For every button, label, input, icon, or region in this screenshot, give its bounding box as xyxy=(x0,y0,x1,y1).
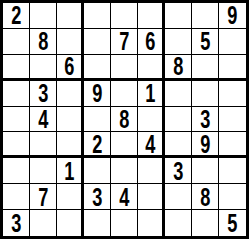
cell-r9c3[interactable] xyxy=(57,210,84,236)
cell-r5c9[interactable] xyxy=(219,107,246,133)
cell-r9c2[interactable] xyxy=(30,210,57,236)
cell-r4c7[interactable] xyxy=(165,81,192,107)
given-digit: 6 xyxy=(145,29,155,54)
given-digit: 6 xyxy=(64,55,74,79)
cell-r6c9[interactable] xyxy=(219,132,246,158)
cell-r4c1[interactable] xyxy=(3,81,30,107)
cell-r6c6[interactable]: 4 xyxy=(138,132,165,158)
cell-r3c5[interactable] xyxy=(111,55,138,81)
cell-r7c3[interactable]: 1 xyxy=(57,158,84,184)
cell-r3c6[interactable] xyxy=(138,55,165,81)
cell-r3c1[interactable] xyxy=(3,55,30,81)
given-digit: 8 xyxy=(200,184,210,209)
cell-r2c7[interactable] xyxy=(165,29,192,55)
cell-r1c3[interactable] xyxy=(57,3,84,29)
cell-r6c2[interactable] xyxy=(30,132,57,158)
given-digit: 4 xyxy=(38,107,48,132)
given-digit: 3 xyxy=(173,158,183,183)
cell-r9c9[interactable]: 5 xyxy=(219,210,246,236)
given-digit: 8 xyxy=(173,55,183,79)
cell-r1c1[interactable]: 2 xyxy=(3,3,30,29)
cell-r4c8[interactable] xyxy=(192,81,219,107)
cell-r6c3[interactable] xyxy=(57,132,84,158)
given-digit: 2 xyxy=(11,3,21,28)
cell-r4c9[interactable] xyxy=(219,81,246,107)
cell-r1c5[interactable] xyxy=(111,3,138,29)
cell-r2c3[interactable] xyxy=(57,29,84,55)
cell-r5c3[interactable] xyxy=(57,107,84,133)
cell-r5c7[interactable] xyxy=(165,107,192,133)
cell-r7c1[interactable] xyxy=(3,158,30,184)
cell-r9c6[interactable] xyxy=(138,210,165,236)
cell-r9c5[interactable] xyxy=(111,210,138,236)
cell-r6c4[interactable]: 2 xyxy=(84,132,111,158)
cell-r8c1[interactable] xyxy=(3,184,30,210)
given-digit: 3 xyxy=(200,107,210,132)
given-digit: 7 xyxy=(119,29,129,54)
given-digit: 9 xyxy=(200,132,210,156)
given-digit: 7 xyxy=(38,184,48,209)
given-digit: 3 xyxy=(92,184,102,209)
given-digit: 9 xyxy=(92,81,102,106)
cell-r6c7[interactable] xyxy=(165,132,192,158)
cell-r4c3[interactable] xyxy=(57,81,84,107)
cell-r2c5[interactable]: 7 xyxy=(111,29,138,55)
cell-r7c4[interactable] xyxy=(84,158,111,184)
cell-r7c2[interactable] xyxy=(30,158,57,184)
cell-r5c2[interactable]: 4 xyxy=(30,107,57,133)
cell-r2c1[interactable] xyxy=(3,29,30,55)
cell-r4c2[interactable]: 3 xyxy=(30,81,57,107)
cell-r5c6[interactable] xyxy=(138,107,165,133)
cell-r2c4[interactable] xyxy=(84,29,111,55)
cell-r5c5[interactable]: 8 xyxy=(111,107,138,133)
cell-r9c1[interactable]: 3 xyxy=(3,210,30,236)
given-digit: 9 xyxy=(227,3,237,28)
cell-r6c5[interactable] xyxy=(111,132,138,158)
cell-r9c4[interactable] xyxy=(84,210,111,236)
given-digit: 1 xyxy=(64,158,74,183)
cell-r1c8[interactable] xyxy=(192,3,219,29)
cell-r1c7[interactable] xyxy=(165,3,192,29)
cell-r6c8[interactable]: 9 xyxy=(192,132,219,158)
cell-r1c9[interactable]: 9 xyxy=(219,3,246,29)
cell-r8c4[interactable]: 3 xyxy=(84,184,111,210)
sudoku-board: 2987656839148324913734835 xyxy=(0,0,249,239)
cell-r7c6[interactable] xyxy=(138,158,165,184)
given-digit: 3 xyxy=(11,210,21,236)
given-digit: 8 xyxy=(119,107,129,132)
cell-r4c6[interactable]: 1 xyxy=(138,81,165,107)
cell-r3c3[interactable]: 6 xyxy=(57,55,84,81)
cell-r1c2[interactable] xyxy=(30,3,57,29)
cell-r9c7[interactable] xyxy=(165,210,192,236)
cell-r6c1[interactable] xyxy=(3,132,30,158)
cell-r3c2[interactable] xyxy=(30,55,57,81)
cell-r5c8[interactable]: 3 xyxy=(192,107,219,133)
cell-r3c7[interactable]: 8 xyxy=(165,55,192,81)
cell-r7c7[interactable]: 3 xyxy=(165,158,192,184)
cell-r8c6[interactable] xyxy=(138,184,165,210)
cell-r3c4[interactable] xyxy=(84,55,111,81)
cell-r3c9[interactable] xyxy=(219,55,246,81)
cell-r8c2[interactable]: 7 xyxy=(30,184,57,210)
given-digit: 4 xyxy=(119,184,129,209)
cell-r2c9[interactable] xyxy=(219,29,246,55)
given-digit: 4 xyxy=(145,132,155,156)
cell-r2c6[interactable]: 6 xyxy=(138,29,165,55)
given-digit: 2 xyxy=(92,132,102,156)
cell-r7c9[interactable] xyxy=(219,158,246,184)
cell-r5c1[interactable] xyxy=(3,107,30,133)
cell-r2c8[interactable]: 5 xyxy=(192,29,219,55)
cell-r9c8[interactable] xyxy=(192,210,219,236)
cell-r3c8[interactable] xyxy=(192,55,219,81)
cell-r1c6[interactable] xyxy=(138,3,165,29)
cell-r8c7[interactable] xyxy=(165,184,192,210)
cell-r4c5[interactable] xyxy=(111,81,138,107)
given-digit: 3 xyxy=(38,81,48,106)
cell-r5c4[interactable] xyxy=(84,107,111,133)
given-digit: 8 xyxy=(38,29,48,54)
given-digit: 5 xyxy=(227,210,237,236)
cell-r1c4[interactable] xyxy=(84,3,111,29)
cell-r7c8[interactable] xyxy=(192,158,219,184)
cell-r2c2[interactable]: 8 xyxy=(30,29,57,55)
given-digit: 1 xyxy=(145,81,155,106)
cell-r8c9[interactable] xyxy=(219,184,246,210)
cell-r8c8[interactable]: 8 xyxy=(192,184,219,210)
cell-r4c4[interactable]: 9 xyxy=(84,81,111,107)
given-digit: 5 xyxy=(200,29,210,54)
cell-r8c5[interactable]: 4 xyxy=(111,184,138,210)
cell-r7c5[interactable] xyxy=(111,158,138,184)
cell-r8c3[interactable] xyxy=(57,184,84,210)
